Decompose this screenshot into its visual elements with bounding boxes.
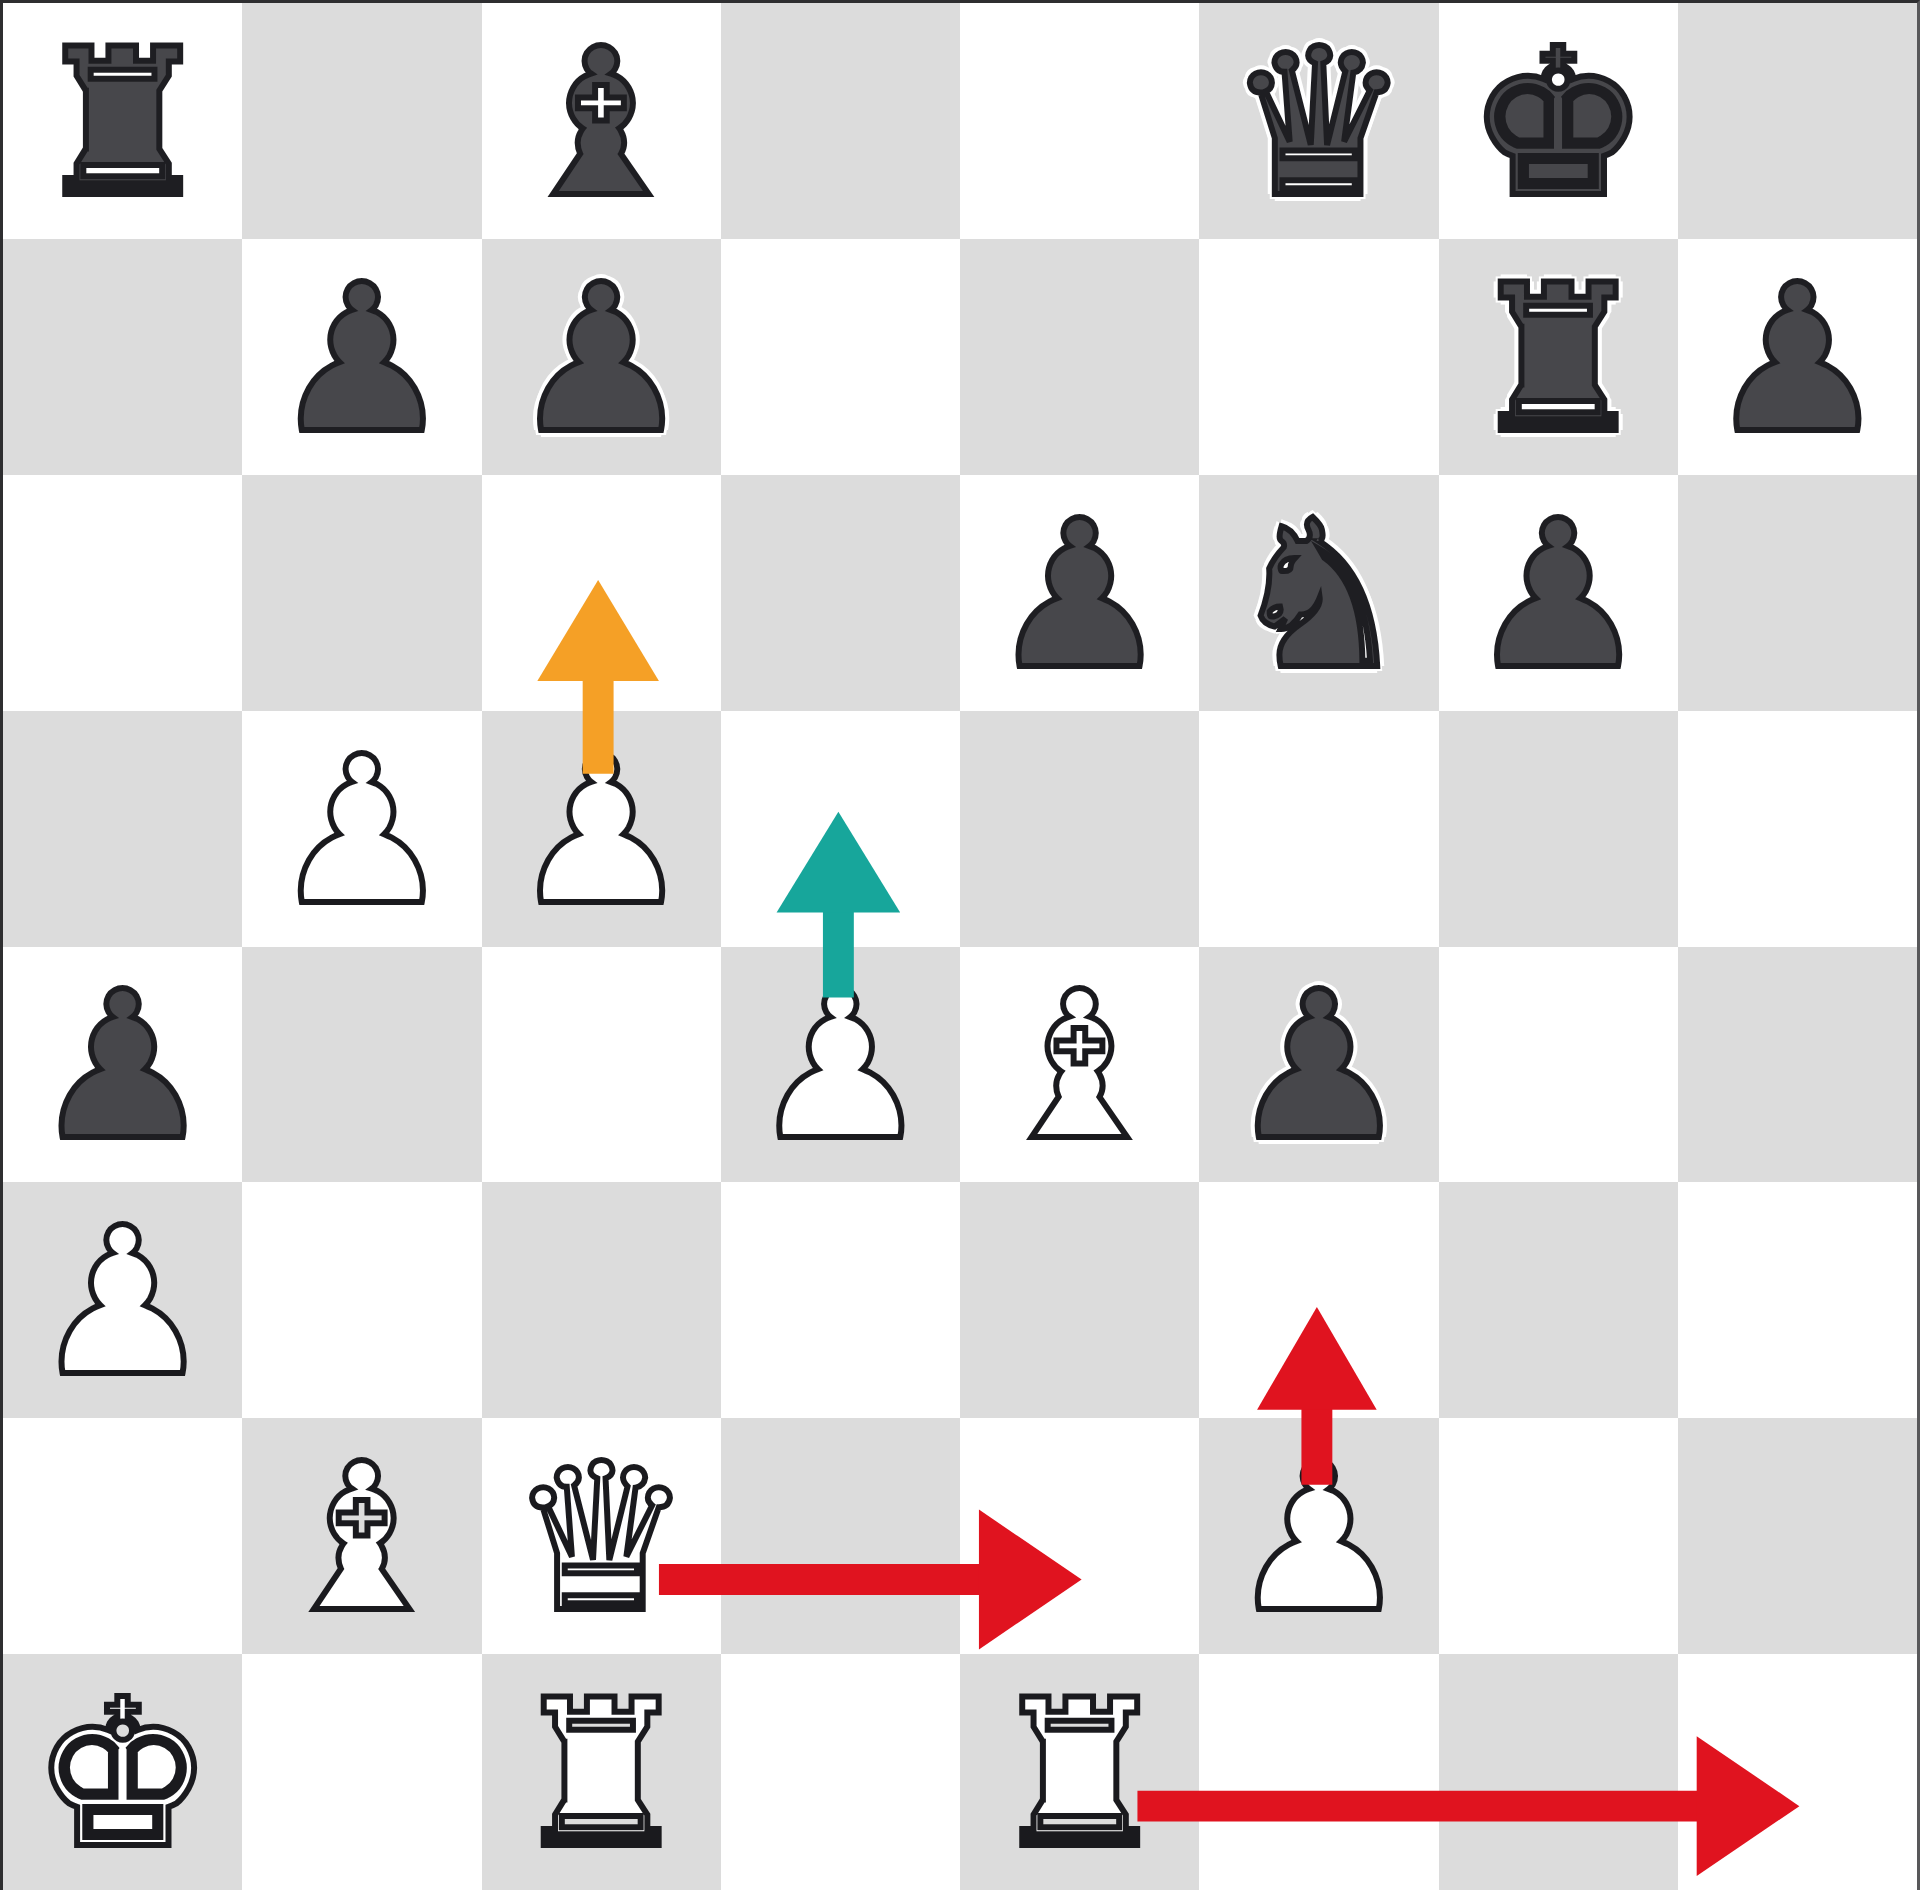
- square-g6[interactable]: ♟: [1439, 475, 1678, 711]
- square-e1[interactable]: ♜: [960, 1654, 1199, 1890]
- square-c6[interactable]: [482, 475, 721, 711]
- piece-white-rook-e1: ♜: [988, 1673, 1171, 1877]
- square-b5[interactable]: ♟: [242, 711, 481, 947]
- piece-white-bishop-b2: ♝: [270, 1437, 453, 1641]
- square-d2[interactable]: [721, 1418, 960, 1654]
- square-e5[interactable]: [960, 711, 1199, 947]
- square-b7[interactable]: ♟: [242, 239, 481, 475]
- piece-black-bishop-c8: ♝: [510, 22, 693, 226]
- piece-white-bishop-e4: ♝: [988, 965, 1171, 1169]
- square-g1[interactable]: [1439, 1654, 1678, 1890]
- piece-black-rook-a8: ♜: [31, 22, 214, 226]
- piece-black-pawn-b7: ♟: [270, 258, 453, 462]
- piece-black-rook-g7: ♜: [1467, 258, 1650, 462]
- square-b4[interactable]: [242, 947, 481, 1183]
- square-h3[interactable]: [1678, 1182, 1917, 1418]
- square-a6[interactable]: [3, 475, 242, 711]
- square-e4[interactable]: ♝: [960, 947, 1199, 1183]
- square-h6[interactable]: [1678, 475, 1917, 711]
- piece-white-pawn-d4: ♟: [749, 965, 932, 1169]
- square-f8[interactable]: ♛: [1199, 3, 1438, 239]
- piece-black-pawn-e6: ♟: [988, 494, 1171, 698]
- square-b1[interactable]: [242, 1654, 481, 1890]
- piece-white-pawn-b5: ♟: [270, 730, 453, 934]
- square-g7[interactable]: ♜: [1439, 239, 1678, 475]
- square-h4[interactable]: [1678, 947, 1917, 1183]
- square-f5[interactable]: [1199, 711, 1438, 947]
- piece-black-pawn-f4: ♟: [1227, 965, 1410, 1169]
- piece-black-pawn-h7: ♟: [1706, 258, 1889, 462]
- square-h1[interactable]: [1678, 1654, 1917, 1890]
- square-a2[interactable]: [3, 1418, 242, 1654]
- square-b6[interactable]: [242, 475, 481, 711]
- square-c1[interactable]: ♜: [482, 1654, 721, 1890]
- square-d3[interactable]: [721, 1182, 960, 1418]
- square-d5[interactable]: [721, 711, 960, 947]
- piece-black-king-g8: ♚: [1467, 22, 1650, 226]
- square-d8[interactable]: [721, 3, 960, 239]
- square-f3[interactable]: [1199, 1182, 1438, 1418]
- piece-black-pawn-g6: ♟: [1467, 494, 1650, 698]
- piece-white-pawn-c5: ♟: [510, 730, 693, 934]
- piece-black-queen-f8: ♛: [1227, 22, 1410, 226]
- square-b2[interactable]: ♝: [242, 1418, 481, 1654]
- piece-black-pawn-c7: ♟: [510, 258, 693, 462]
- square-d1[interactable]: [721, 1654, 960, 1890]
- square-g2[interactable]: [1439, 1418, 1678, 1654]
- square-a1[interactable]: ♚: [3, 1654, 242, 1890]
- square-e2[interactable]: [960, 1418, 1199, 1654]
- square-c3[interactable]: [482, 1182, 721, 1418]
- square-e6[interactable]: ♟: [960, 475, 1199, 711]
- square-g8[interactable]: ♚: [1439, 3, 1678, 239]
- square-f6[interactable]: ♞: [1199, 475, 1438, 711]
- square-d6[interactable]: [721, 475, 960, 711]
- square-c4[interactable]: [482, 947, 721, 1183]
- piece-white-king-a1: ♚: [31, 1673, 214, 1877]
- square-a5[interactable]: [3, 711, 242, 947]
- square-d4[interactable]: ♟: [721, 947, 960, 1183]
- square-g5[interactable]: [1439, 711, 1678, 947]
- square-a8[interactable]: ♜: [3, 3, 242, 239]
- square-f2[interactable]: ♟: [1199, 1418, 1438, 1654]
- piece-white-rook-c1: ♜: [510, 1673, 693, 1877]
- square-h2[interactable]: [1678, 1418, 1917, 1654]
- square-b8[interactable]: [242, 3, 481, 239]
- square-h5[interactable]: [1678, 711, 1917, 947]
- square-e8[interactable]: [960, 3, 1199, 239]
- square-b3[interactable]: [242, 1182, 481, 1418]
- piece-black-knight-f6: ♞: [1227, 494, 1410, 698]
- piece-white-pawn-f2: ♟: [1227, 1437, 1410, 1641]
- square-a4[interactable]: ♟: [3, 947, 242, 1183]
- square-g3[interactable]: [1439, 1182, 1678, 1418]
- square-c7[interactable]: ♟: [482, 239, 721, 475]
- square-h8[interactable]: [1678, 3, 1917, 239]
- square-e3[interactable]: [960, 1182, 1199, 1418]
- square-a7[interactable]: [3, 239, 242, 475]
- square-f1[interactable]: [1199, 1654, 1438, 1890]
- square-f7[interactable]: [1199, 239, 1438, 475]
- chess-diagram: ♜♝♛♚♟♟♜♟♟♞♟♟♟♟♟♝♟♟♝♛♟♚♜♜: [0, 0, 1920, 1890]
- square-c5[interactable]: ♟: [482, 711, 721, 947]
- square-h7[interactable]: ♟: [1678, 239, 1917, 475]
- piece-white-pawn-a3: ♟: [31, 1201, 214, 1405]
- square-c8[interactable]: ♝: [482, 3, 721, 239]
- square-g4[interactable]: [1439, 947, 1678, 1183]
- square-c2[interactable]: ♛: [482, 1418, 721, 1654]
- square-a3[interactable]: ♟: [3, 1182, 242, 1418]
- square-d7[interactable]: [721, 239, 960, 475]
- square-e7[interactable]: [960, 239, 1199, 475]
- square-f4[interactable]: ♟: [1199, 947, 1438, 1183]
- piece-white-queen-c2: ♛: [510, 1437, 693, 1641]
- piece-black-pawn-a4: ♟: [31, 965, 214, 1169]
- chess-board: ♜♝♛♚♟♟♜♟♟♞♟♟♟♟♟♝♟♟♝♛♟♚♜♜: [3, 3, 1917, 1890]
